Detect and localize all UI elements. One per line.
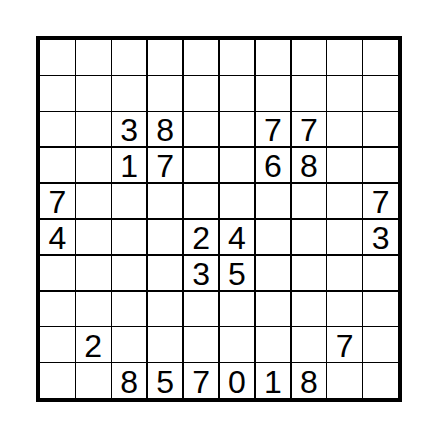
cell-r9c10[interactable] xyxy=(363,327,398,362)
cell-r8c5[interactable] xyxy=(184,292,219,327)
cell-r5c5[interactable] xyxy=(184,184,219,219)
cell-r4c4: 7 xyxy=(148,148,183,183)
cell-r7c3[interactable] xyxy=(112,256,147,291)
cell-r5c1: 7 xyxy=(40,184,75,219)
cell-r3c8: 7 xyxy=(292,112,327,147)
cell-r2c4[interactable] xyxy=(148,76,183,111)
cell-r6c4[interactable] xyxy=(148,220,183,255)
cell-r7c6: 5 xyxy=(220,256,255,291)
cell-r3c1[interactable] xyxy=(40,112,75,147)
cell-r3c4: 8 xyxy=(148,112,183,147)
cell-r8c6[interactable] xyxy=(220,292,255,327)
cell-r1c7[interactable] xyxy=(256,40,291,75)
cell-r9c9: 7 xyxy=(327,327,362,362)
cell-r1c5[interactable] xyxy=(184,40,219,75)
cell-r4c2[interactable] xyxy=(76,148,111,183)
cell-r1c9[interactable] xyxy=(327,40,362,75)
cell-r7c4[interactable] xyxy=(148,256,183,291)
cell-r7c1[interactable] xyxy=(40,256,75,291)
cell-r2c8[interactable] xyxy=(292,76,327,111)
cell-r3c5[interactable] xyxy=(184,112,219,147)
cell-r5c10: 7 xyxy=(363,184,398,219)
cell-r8c8[interactable] xyxy=(292,292,327,327)
cell-r6c10: 3 xyxy=(363,220,398,255)
cell-r9c3[interactable] xyxy=(112,327,147,362)
cell-r3c3: 3 xyxy=(112,112,147,147)
cell-r3c7: 7 xyxy=(256,112,291,147)
cell-r1c4[interactable] xyxy=(148,40,183,75)
cell-r8c2[interactable] xyxy=(76,292,111,327)
cell-r6c1: 4 xyxy=(40,220,75,255)
cell-r1c1[interactable] xyxy=(40,40,75,75)
cell-r6c8[interactable] xyxy=(292,220,327,255)
cell-r4c3: 1 xyxy=(112,148,147,183)
cell-r2c7[interactable] xyxy=(256,76,291,111)
cell-r7c9[interactable] xyxy=(327,256,362,291)
cell-r8c10[interactable] xyxy=(363,292,398,327)
cell-r7c8[interactable] xyxy=(292,256,327,291)
cell-r1c3[interactable] xyxy=(112,40,147,75)
cell-r4c6[interactable] xyxy=(220,148,255,183)
cell-r2c5[interactable] xyxy=(184,76,219,111)
cell-r1c2[interactable] xyxy=(76,40,111,75)
cell-r5c2[interactable] xyxy=(76,184,111,219)
cell-r10c5: 7 xyxy=(184,363,219,398)
cell-r5c3[interactable] xyxy=(112,184,147,219)
cell-r7c5: 3 xyxy=(184,256,219,291)
cell-r9c1[interactable] xyxy=(40,327,75,362)
cell-r4c10[interactable] xyxy=(363,148,398,183)
cell-r9c8[interactable] xyxy=(292,327,327,362)
cell-r10c4: 5 xyxy=(148,363,183,398)
cell-r1c8[interactable] xyxy=(292,40,327,75)
cell-r2c2[interactable] xyxy=(76,76,111,111)
cell-r8c3[interactable] xyxy=(112,292,147,327)
cell-r4c5[interactable] xyxy=(184,148,219,183)
cell-r6c3[interactable] xyxy=(112,220,147,255)
cell-r4c7: 6 xyxy=(256,148,291,183)
cell-r9c7[interactable] xyxy=(256,327,291,362)
cell-r5c9[interactable] xyxy=(327,184,362,219)
cell-r5c7[interactable] xyxy=(256,184,291,219)
cell-r10c6: 0 xyxy=(220,363,255,398)
cell-r1c6[interactable] xyxy=(220,40,255,75)
cell-r8c1[interactable] xyxy=(40,292,75,327)
cell-r9c2: 2 xyxy=(76,327,111,362)
cell-r9c5[interactable] xyxy=(184,327,219,362)
cell-r4c9[interactable] xyxy=(327,148,362,183)
cell-r3c9[interactable] xyxy=(327,112,362,147)
cell-r3c6[interactable] xyxy=(220,112,255,147)
cell-r2c3[interactable] xyxy=(112,76,147,111)
cell-r10c3: 8 xyxy=(112,363,147,398)
cell-r3c2[interactable] xyxy=(76,112,111,147)
cell-r6c5: 2 xyxy=(184,220,219,255)
cell-r8c7[interactable] xyxy=(256,292,291,327)
cell-r9c6[interactable] xyxy=(220,327,255,362)
cell-r7c10[interactable] xyxy=(363,256,398,291)
cell-r1c10[interactable] xyxy=(363,40,398,75)
cell-r5c8[interactable] xyxy=(292,184,327,219)
cell-r5c4[interactable] xyxy=(148,184,183,219)
cell-r8c9[interactable] xyxy=(327,292,362,327)
cell-r9c4[interactable] xyxy=(148,327,183,362)
cell-r3c10[interactable] xyxy=(363,112,398,147)
cell-r10c2[interactable] xyxy=(76,363,111,398)
cell-r4c1[interactable] xyxy=(40,148,75,183)
cell-r10c10[interactable] xyxy=(363,363,398,398)
cell-r6c2[interactable] xyxy=(76,220,111,255)
cell-r10c9[interactable] xyxy=(327,363,362,398)
cell-r4c8: 8 xyxy=(292,148,327,183)
cell-r5c6[interactable] xyxy=(220,184,255,219)
cell-r8c4[interactable] xyxy=(148,292,183,327)
cell-r2c10[interactable] xyxy=(363,76,398,111)
puzzle-board: 387717687742433527857018 xyxy=(36,36,402,402)
cell-r6c7[interactable] xyxy=(256,220,291,255)
cell-r2c6[interactable] xyxy=(220,76,255,111)
cell-r10c1[interactable] xyxy=(40,363,75,398)
cell-r7c2[interactable] xyxy=(76,256,111,291)
cell-r2c1[interactable] xyxy=(40,76,75,111)
cell-r10c7: 1 xyxy=(256,363,291,398)
cell-r6c9[interactable] xyxy=(327,220,362,255)
cell-r10c8: 8 xyxy=(292,363,327,398)
cell-r6c6: 4 xyxy=(220,220,255,255)
cell-r2c9[interactable] xyxy=(327,76,362,111)
cell-r7c7[interactable] xyxy=(256,256,291,291)
